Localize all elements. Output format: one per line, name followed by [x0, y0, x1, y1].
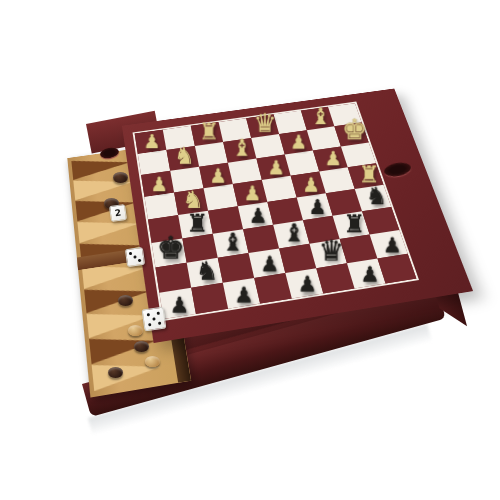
- square-r5c4[interactable]: ♝: [273, 220, 309, 248]
- black-pawn[interactable]: ♟: [243, 206, 274, 226]
- square-r6c3[interactable]: ♟: [249, 248, 286, 277]
- black-queen[interactable]: ♛: [316, 237, 347, 265]
- white-pawn[interactable]: ♟: [261, 157, 290, 177]
- black-pawn[interactable]: ♟: [354, 264, 386, 285]
- white-bishop[interactable]: ♝: [306, 105, 334, 128]
- dark-checker[interactable]: [118, 295, 133, 306]
- black-pawn[interactable]: ♟: [377, 235, 408, 256]
- dark-checker[interactable]: [134, 341, 149, 352]
- product-photo-chess-game-box: ♟♜♛♝♞♝♟♚♟♟♟♟♞♟♟♜♜♟♟♞♚♝♝♜♞♟♛♟♟♟♟♟ 2: [0, 0, 500, 500]
- chess-board: ♟♜♛♝♞♝♟♚♟♟♟♟♞♟♟♜♜♟♟♞♚♝♝♜♞♟♛♟♟♟♟♟: [133, 102, 419, 322]
- light-checker[interactable]: [128, 325, 143, 336]
- square-r3c5[interactable]: ♟: [291, 171, 326, 197]
- black-rook[interactable]: ♜: [339, 211, 370, 236]
- black-knight[interactable]: ♞: [361, 184, 391, 208]
- square-r5c0[interactable]: ♚: [152, 238, 187, 267]
- white-king[interactable]: ♚: [340, 115, 369, 144]
- square-r7c1[interactable]: [191, 283, 228, 314]
- square-r7c6[interactable]: ♟: [347, 259, 386, 289]
- black-king[interactable]: ♚: [155, 233, 186, 264]
- white-bishop[interactable]: ♝: [228, 137, 257, 160]
- black-knight[interactable]: ♞: [191, 259, 223, 285]
- square-r2c2[interactable]: ♟: [199, 163, 233, 189]
- scene: ♟♜♛♝♞♝♟♚♟♟♟♟♞♟♟♜♜♟♟♞♚♝♝♜♞♟♛♟♟♟♟♟ 2: [0, 0, 500, 500]
- white-pawn[interactable]: ♟: [319, 149, 348, 168]
- black-rook[interactable]: ♜: [182, 211, 213, 236]
- black-pawn[interactable]: ♟: [302, 197, 332, 217]
- doubling-cube-value: 2: [110, 207, 125, 219]
- square-r7c0[interactable]: ♟: [159, 288, 196, 319]
- die-pip: [138, 259, 141, 262]
- square-r6c5[interactable]: ♛: [310, 239, 347, 268]
- square-r4c7[interactable]: ♞: [355, 185, 392, 212]
- black-pawn[interactable]: ♟: [228, 284, 260, 306]
- white-pawn[interactable]: ♟: [237, 183, 267, 203]
- white-rook[interactable]: ♜: [195, 120, 224, 143]
- square-r1c1[interactable]: ♞: [166, 146, 199, 171]
- white-knight[interactable]: ♞: [170, 145, 199, 168]
- black-bishop[interactable]: ♝: [279, 220, 310, 245]
- square-r0c6[interactable]: ♝: [301, 107, 334, 130]
- black-bishop[interactable]: ♝: [217, 230, 248, 255]
- square-r4c3[interactable]: ♟: [238, 202, 273, 229]
- square-r1c7[interactable]: ♚: [334, 122, 368, 146]
- square-r4c5[interactable]: ♟: [297, 193, 333, 220]
- die-pip: [129, 252, 132, 255]
- white-pawn[interactable]: ♟: [203, 166, 233, 186]
- die[interactable]: [125, 247, 145, 267]
- square-r0c2[interactable]: ♜: [191, 122, 223, 146]
- die-pip: [157, 312, 160, 315]
- die[interactable]: [142, 307, 167, 332]
- dark-checker[interactable]: [108, 367, 123, 378]
- black-pawn[interactable]: ♟: [291, 274, 323, 295]
- square-r1c3[interactable]: ♝: [223, 138, 256, 163]
- square-r6c7[interactable]: ♟: [370, 230, 408, 259]
- black-pawn[interactable]: ♟: [163, 294, 196, 316]
- white-queen[interactable]: ♛: [251, 110, 279, 136]
- white-pawn[interactable]: ♟: [138, 132, 167, 151]
- die-pip: [147, 313, 150, 316]
- white-pawn[interactable]: ♟: [296, 175, 326, 195]
- die-pip: [133, 255, 136, 258]
- square-r2c0[interactable]: ♟: [141, 171, 174, 197]
- die-pip: [158, 322, 161, 325]
- white-pawn[interactable]: ♟: [144, 174, 174, 194]
- square-r2c4[interactable]: ♟: [256, 155, 290, 180]
- square-r3c3[interactable]: ♟: [233, 180, 268, 206]
- square-r6c1[interactable]: ♞: [187, 258, 223, 288]
- square-r7c4[interactable]: ♟: [285, 268, 323, 298]
- die-pip: [152, 317, 155, 320]
- square-r2c6[interactable]: ♟: [313, 146, 348, 171]
- light-checker[interactable]: [145, 356, 160, 367]
- doubling-cube[interactable]: 2: [109, 204, 127, 222]
- square-r5c2[interactable]: ♝: [213, 229, 249, 258]
- square-r1c5[interactable]: ♟: [279, 130, 313, 154]
- white-pawn[interactable]: ♟: [284, 133, 313, 152]
- die-pip: [148, 323, 151, 326]
- dark-checker[interactable]: [113, 172, 128, 183]
- square-r0c0[interactable]: ♟: [135, 130, 167, 154]
- black-pawn[interactable]: ♟: [254, 253, 286, 274]
